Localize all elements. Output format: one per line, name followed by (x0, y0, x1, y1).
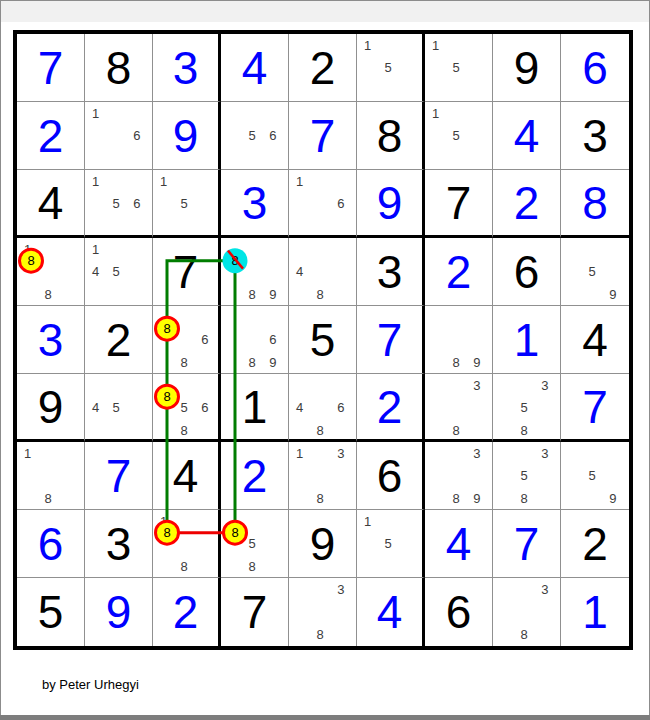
cell-r8c6[interactable]: 15 (357, 510, 425, 578)
cell-r2c3[interactable]: 9 (153, 102, 221, 170)
candidate-1: 1 (85, 170, 106, 192)
candidate-9: 9 (602, 487, 623, 509)
candidate-8: 8 (242, 351, 263, 373)
candidate-3: 3 (330, 442, 351, 464)
cell-r6c3[interactable]: 568 (153, 374, 221, 442)
cell-r3c2[interactable]: 156 (85, 170, 153, 238)
candidate-5: 5 (174, 193, 195, 215)
cell-r2c2[interactable]: 16 (85, 102, 153, 170)
candidate-6: 6 (194, 329, 215, 351)
candidate-6: 6 (330, 193, 351, 215)
given-digit: 3 (561, 102, 629, 169)
given-digit: 9 (17, 374, 84, 439)
candidate-8: 8 (446, 419, 467, 441)
cell-r2c5[interactable]: 7 (289, 102, 357, 170)
cell-r8c9[interactable]: 2 (561, 510, 629, 578)
solved-digit: 7 (17, 34, 84, 101)
candidate-5: 5 (582, 261, 603, 283)
candidate-1: 1 (85, 102, 106, 124)
given-digit: 9 (493, 34, 560, 101)
window-bottom-border (0, 715, 650, 720)
cell-r8c5[interactable]: 9 (289, 510, 357, 578)
cell-r4c4[interactable]: 89 (221, 238, 289, 306)
given-digit: 6 (357, 442, 422, 509)
cell-r7c2[interactable]: 7 (85, 442, 153, 510)
solved-digit: 3 (153, 34, 218, 101)
candidate-1: 1 (357, 510, 378, 532)
candidate-3: 3 (534, 374, 555, 396)
cell-r9c7[interactable]: 6 (425, 578, 493, 646)
cell-r7c3[interactable]: 4 (153, 442, 221, 510)
candidate-3: 3 (466, 374, 487, 396)
cell-r2c7[interactable]: 15 (425, 102, 493, 170)
solved-digit: 8 (561, 170, 629, 235)
candidate-1: 1 (17, 238, 38, 260)
cell-r7c5[interactable]: 138 (289, 442, 357, 510)
candidate-8: 8 (38, 283, 59, 305)
candidate-9: 9 (262, 283, 283, 305)
solved-digit: 2 (425, 238, 492, 305)
cell-r1c2[interactable]: 8 (85, 34, 153, 102)
candidate-6: 6 (262, 329, 283, 351)
given-digit: 8 (85, 34, 152, 101)
candidate-9: 9 (466, 351, 487, 373)
cell-r7c1[interactable]: 18 (17, 442, 85, 510)
candidate-5: 5 (174, 397, 195, 419)
given-digit: 6 (493, 238, 560, 305)
candidate-6: 6 (330, 397, 351, 419)
candidate-9: 9 (262, 351, 283, 373)
candidate-5: 5 (106, 261, 127, 283)
sudoku-board: 7834215159621695678154341561531697281814… (17, 34, 629, 646)
candidate-5: 5 (106, 193, 127, 215)
solved-digit: 6 (561, 34, 629, 101)
given-digit: 9 (289, 510, 356, 577)
cell-r3c5[interactable]: 16 (289, 170, 357, 238)
candidate-5: 5 (514, 397, 535, 419)
cell-r3c1[interactable]: 4 (17, 170, 85, 238)
solved-digit: 6 (17, 510, 84, 577)
cell-r5c1[interactable]: 3 (17, 306, 85, 374)
candidate-5: 5 (242, 533, 263, 555)
given-digit: 6 (425, 578, 492, 646)
candidate-1: 1 (289, 170, 310, 192)
candidate-8: 8 (38, 487, 59, 509)
cell-r6c2[interactable]: 45 (85, 374, 153, 442)
solved-digit: 2 (357, 374, 422, 439)
solved-digit: 7 (289, 102, 356, 169)
solved-digit: 9 (357, 170, 422, 235)
cell-r2c8[interactable]: 4 (493, 102, 561, 170)
cell-r3c7[interactable]: 7 (425, 170, 493, 238)
cell-r3c3[interactable]: 15 (153, 170, 221, 238)
candidate-5: 5 (242, 125, 263, 147)
given-digit: 3 (357, 238, 422, 305)
cell-r6c7[interactable]: 38 (425, 374, 493, 442)
candidate-1: 1 (357, 34, 378, 56)
cell-r9c9[interactable]: 1 (561, 578, 629, 646)
solved-digit: 3 (221, 170, 288, 235)
candidate-5: 5 (106, 397, 127, 419)
cell-r5c4[interactable]: 689 (221, 306, 289, 374)
solved-digit: 4 (357, 578, 422, 646)
candidate-1: 1 (153, 170, 174, 192)
given-digit: 8 (357, 102, 422, 169)
candidate-8: 8 (310, 283, 331, 305)
cell-r5c7[interactable]: 89 (425, 306, 493, 374)
given-digit: 2 (561, 510, 629, 577)
cell-r4c8[interactable]: 6 (493, 238, 561, 306)
candidate-5: 5 (514, 465, 535, 487)
cell-r6c8[interactable]: 358 (493, 374, 561, 442)
candidate-3: 3 (466, 442, 487, 464)
solved-digit: 2 (221, 442, 288, 509)
cell-r5c5[interactable]: 5 (289, 306, 357, 374)
cell-r8c1[interactable]: 6 (17, 510, 85, 578)
candidate-3: 3 (534, 442, 555, 464)
candidate-8: 8 (174, 419, 195, 441)
candidate-3: 3 (330, 578, 351, 600)
cell-r4c5[interactable]: 48 (289, 238, 357, 306)
cell-r3c9[interactable]: 8 (561, 170, 629, 238)
cell-r1c5[interactable]: 2 (289, 34, 357, 102)
cell-r2c1[interactable]: 2 (17, 102, 85, 170)
solved-digit: 2 (493, 170, 560, 235)
solved-digit: 1 (561, 578, 629, 646)
candidate-9: 9 (466, 487, 487, 509)
cell-r2c4[interactable]: 56 (221, 102, 289, 170)
given-digit: 1 (221, 374, 288, 439)
cell-r9c4[interactable]: 7 (221, 578, 289, 646)
cell-r5c8[interactable]: 1 (493, 306, 561, 374)
candidate-8: 8 (242, 283, 263, 305)
solved-digit: 9 (153, 102, 218, 169)
candidate-8: 8 (310, 487, 331, 509)
solved-digit: 2 (153, 578, 218, 646)
given-digit: 5 (289, 306, 356, 373)
candidate-9: 9 (602, 283, 623, 305)
cell-r8c2[interactable]: 3 (85, 510, 153, 578)
candidate-8: 8 (514, 487, 535, 509)
solved-digit: 7 (85, 442, 152, 509)
cell-r4c2[interactable]: 145 (85, 238, 153, 306)
cell-r4c9[interactable]: 59 (561, 238, 629, 306)
credit-text: by Peter Urhegyi (42, 677, 139, 692)
candidate-1: 1 (85, 238, 106, 260)
solved-digit: 9 (85, 578, 152, 646)
cell-r4c6[interactable]: 3 (357, 238, 425, 306)
candidate-8: 8 (174, 351, 195, 373)
cell-r5c3[interactable]: 68 (153, 306, 221, 374)
cell-r3c4[interactable]: 3 (221, 170, 289, 238)
candidate-1: 1 (289, 442, 310, 464)
cell-r6c4[interactable]: 1 (221, 374, 289, 442)
solved-digit: 7 (357, 306, 422, 373)
given-digit: 2 (289, 34, 356, 101)
solved-digit: 1 (493, 306, 560, 373)
cell-r7c6[interactable]: 6 (357, 442, 425, 510)
window-top-strip (1, 1, 649, 22)
cell-r3c8[interactable]: 2 (493, 170, 561, 238)
cell-r2c6[interactable]: 8 (357, 102, 425, 170)
given-digit: 3 (85, 510, 152, 577)
candidate-5: 5 (446, 57, 467, 79)
solved-digit: 2 (17, 102, 84, 169)
cell-r4c3[interactable]: 7 (153, 238, 221, 306)
cell-r6c5[interactable]: 468 (289, 374, 357, 442)
candidate-1: 1 (425, 102, 446, 124)
cell-r1c1[interactable]: 7 (17, 34, 85, 102)
given-digit: 2 (85, 306, 152, 373)
candidate-6: 6 (194, 397, 215, 419)
cell-r9c1[interactable]: 5 (17, 578, 85, 646)
cell-r1c9[interactable]: 6 (561, 34, 629, 102)
cell-r9c2[interactable]: 9 (85, 578, 153, 646)
solved-digit: 3 (17, 306, 84, 373)
candidate-5: 5 (446, 125, 467, 147)
given-digit: 4 (153, 442, 218, 509)
cell-r6c9[interactable]: 7 (561, 374, 629, 442)
solved-digit: 7 (493, 510, 560, 577)
cell-r8c4[interactable]: 58 (221, 510, 289, 578)
cell-r1c8[interactable]: 9 (493, 34, 561, 102)
cell-r9c8[interactable]: 38 (493, 578, 561, 646)
solved-digit: 4 (221, 34, 288, 101)
cell-r9c3[interactable]: 2 (153, 578, 221, 646)
solved-digit: 4 (493, 102, 560, 169)
solved-digit: 7 (561, 374, 629, 439)
cell-r9c6[interactable]: 4 (357, 578, 425, 646)
candidate-5: 5 (582, 465, 603, 487)
solved-digit: 4 (425, 510, 492, 577)
candidate-4: 4 (289, 397, 310, 419)
cell-r4c7[interactable]: 2 (425, 238, 493, 306)
candidate-6: 6 (126, 193, 147, 215)
cell-r6c1[interactable]: 9 (17, 374, 85, 442)
candidate-1: 1 (153, 510, 174, 532)
candidate-8: 8 (514, 623, 535, 645)
cell-r9c5[interactable]: 38 (289, 578, 357, 646)
candidate-4: 4 (85, 397, 106, 419)
candidate-1: 1 (425, 34, 446, 56)
candidate-1: 1 (17, 442, 38, 464)
cell-r6c6[interactable]: 2 (357, 374, 425, 442)
candidate-8: 8 (242, 555, 263, 577)
cell-r2c9[interactable]: 3 (561, 102, 629, 170)
given-digit: 7 (425, 170, 492, 235)
candidate-8: 8 (514, 419, 535, 441)
candidate-8: 8 (446, 487, 467, 509)
cell-r1c7[interactable]: 15 (425, 34, 493, 102)
candidate-5: 5 (378, 57, 399, 79)
candidate-4: 4 (85, 261, 106, 283)
candidate-6: 6 (126, 125, 147, 147)
given-digit: 4 (17, 170, 84, 235)
cell-r7c4[interactable]: 2 (221, 442, 289, 510)
cell-r7c7[interactable]: 389 (425, 442, 493, 510)
candidate-8: 8 (310, 419, 331, 441)
candidate-8: 8 (446, 351, 467, 373)
candidate-5: 5 (378, 533, 399, 555)
cell-r1c3[interactable]: 3 (153, 34, 221, 102)
given-digit: 7 (221, 578, 288, 646)
cell-r5c9[interactable]: 4 (561, 306, 629, 374)
cell-r8c3[interactable]: 18 (153, 510, 221, 578)
cell-r1c4[interactable]: 4 (221, 34, 289, 102)
candidate-8: 8 (310, 623, 331, 645)
candidate-3: 3 (534, 578, 555, 600)
given-digit: 7 (153, 238, 218, 305)
candidate-6: 6 (262, 125, 283, 147)
cell-r8c7[interactable]: 4 (425, 510, 493, 578)
cell-r1c6[interactable]: 15 (357, 34, 425, 102)
cell-r8c8[interactable]: 7 (493, 510, 561, 578)
given-digit: 4 (561, 306, 629, 373)
cell-r7c8[interactable]: 358 (493, 442, 561, 510)
cell-r4c1[interactable]: 18 (17, 238, 85, 306)
cell-r7c9[interactable]: 59 (561, 442, 629, 510)
cell-r3c6[interactable]: 9 (357, 170, 425, 238)
candidate-4: 4 (289, 261, 310, 283)
candidate-8: 8 (174, 555, 195, 577)
cell-r5c2[interactable]: 2 (85, 306, 153, 374)
given-digit: 5 (17, 578, 84, 646)
cell-r5c6[interactable]: 7 (357, 306, 425, 374)
